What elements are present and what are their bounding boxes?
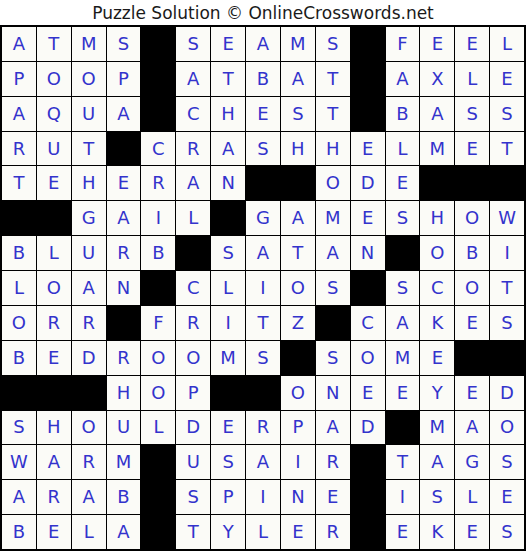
block-cell-r2c11 — [351, 62, 385, 96]
letter-cell-r15c3: L — [72, 515, 106, 549]
letter-cell-r12c8: R — [246, 411, 280, 445]
letter-cell-r1c12: F — [386, 27, 420, 61]
letter-cell-r3c9: S — [281, 97, 315, 131]
block-cell-r14c5 — [141, 480, 175, 514]
letter-cell-r11c5: O — [141, 376, 175, 410]
letter-cell-r3c12: B — [386, 97, 420, 131]
letter-cell-r1c2: T — [37, 27, 71, 61]
letter-cell-r9c6: R — [176, 306, 210, 340]
letter-cell-r15c9: E — [281, 515, 315, 549]
letter-cell-r3c14: S — [455, 97, 489, 131]
block-cell-r15c11 — [351, 515, 385, 549]
letter-cell-r14c2: R — [37, 480, 71, 514]
letter-cell-r2c1: P — [2, 62, 36, 96]
letter-cell-r1c1: A — [2, 27, 36, 61]
block-cell-r12c12 — [386, 411, 420, 445]
letter-cell-r3c7: H — [211, 97, 245, 131]
letter-cell-r7c11: N — [351, 236, 385, 270]
letter-cell-r12c9: P — [281, 411, 315, 445]
letter-cell-r8c1: L — [2, 271, 36, 305]
letter-cell-r1c9: M — [281, 27, 315, 61]
letter-cell-r9c11: C — [351, 306, 385, 340]
letter-cell-r7c10: A — [316, 236, 350, 270]
letter-cell-r7c4: R — [107, 236, 141, 270]
letter-cell-r10c6: O — [176, 341, 210, 375]
letter-cell-r2c6: A — [176, 62, 210, 96]
letter-cell-r3c3: U — [72, 97, 106, 131]
letter-cell-r12c11: D — [351, 411, 385, 445]
letter-cell-r10c4: R — [107, 341, 141, 375]
letter-cell-r6c4: A — [107, 201, 141, 235]
letter-cell-r2c4: P — [107, 62, 141, 96]
block-cell-r11c3 — [72, 376, 106, 410]
letter-cell-r9c13: K — [420, 306, 454, 340]
letter-cell-r14c15: E — [490, 480, 524, 514]
letter-cell-r6c15: W — [490, 201, 524, 235]
letter-cell-r4c10: H — [316, 132, 350, 166]
letter-cell-r10c2: E — [37, 341, 71, 375]
letter-cell-r4c2: U — [37, 132, 71, 166]
letter-cell-r8c3: A — [72, 271, 106, 305]
letter-cell-r10c1: B — [2, 341, 36, 375]
letter-cell-r15c15: S — [490, 515, 524, 549]
block-cell-r6c2 — [37, 201, 71, 235]
block-cell-r11c1 — [2, 376, 36, 410]
block-cell-r5c15 — [490, 166, 524, 200]
letter-cell-r14c10: E — [316, 480, 350, 514]
letter-cell-r4c14: E — [455, 132, 489, 166]
letter-cell-r14c9: N — [281, 480, 315, 514]
letter-cell-r6c14: O — [455, 201, 489, 235]
letter-cell-r9c8: T — [246, 306, 280, 340]
letter-cell-r10c7: M — [211, 341, 245, 375]
letter-cell-r9c2: R — [37, 306, 71, 340]
letter-cell-r2c14: L — [455, 62, 489, 96]
letter-cell-r6c9: A — [281, 201, 315, 235]
block-cell-r9c4 — [107, 306, 141, 340]
letter-cell-r7c13: O — [420, 236, 454, 270]
block-cell-r3c5 — [141, 97, 175, 131]
letter-cell-r8c8: I — [246, 271, 280, 305]
letter-cell-r13c3: R — [72, 445, 106, 479]
block-cell-r13c5 — [141, 445, 175, 479]
letter-cell-r5c1: T — [2, 166, 36, 200]
letter-cell-r7c1: B — [2, 236, 36, 270]
letter-cell-r3c10: T — [316, 97, 350, 131]
letter-cell-r7c7: S — [211, 236, 245, 270]
block-cell-r5c14 — [455, 166, 489, 200]
letter-cell-r3c1: A — [2, 97, 36, 131]
letter-cell-r8c7: L — [211, 271, 245, 305]
letter-cell-r15c8: L — [246, 515, 280, 549]
letter-cell-r11c11: E — [351, 376, 385, 410]
letter-cell-r13c9: I — [281, 445, 315, 479]
letter-cell-r13c15: S — [490, 445, 524, 479]
letter-cell-r5c10: O — [316, 166, 350, 200]
letter-cell-r11c15: D — [490, 376, 524, 410]
block-cell-r3c11 — [351, 97, 385, 131]
letter-cell-r8c10: S — [316, 271, 350, 305]
letter-cell-r4c7: A — [211, 132, 245, 166]
letter-cell-r14c13: S — [420, 480, 454, 514]
letter-cell-r6c11: E — [351, 201, 385, 235]
letter-cell-r10c8: S — [246, 341, 280, 375]
letter-cell-r1c14: E — [455, 27, 489, 61]
letter-cell-r7c14: B — [455, 236, 489, 270]
letter-cell-r15c14: E — [455, 515, 489, 549]
letter-cell-r1c13: E — [420, 27, 454, 61]
letter-cell-r2c10: T — [316, 62, 350, 96]
letter-cell-r14c4: B — [107, 480, 141, 514]
letter-cell-r2c13: X — [420, 62, 454, 96]
letter-cell-r2c7: T — [211, 62, 245, 96]
block-cell-r11c8 — [246, 376, 280, 410]
letter-cell-r13c1: W — [2, 445, 36, 479]
letter-cell-r5c11: D — [351, 166, 385, 200]
block-cell-r13c11 — [351, 445, 385, 479]
letter-cell-r2c15: E — [490, 62, 524, 96]
letter-cell-r9c9: Z — [281, 306, 315, 340]
letter-cell-r1c6: S — [176, 27, 210, 61]
letter-cell-r13c6: U — [176, 445, 210, 479]
letter-cell-r7c8: A — [246, 236, 280, 270]
letter-cell-r4c9: H — [281, 132, 315, 166]
letter-cell-r3c2: Q — [37, 97, 71, 131]
letter-cell-r14c7: P — [211, 480, 245, 514]
letter-cell-r8c9: O — [281, 271, 315, 305]
letter-cell-r6c13: H — [420, 201, 454, 235]
letter-cell-r3c8: E — [246, 97, 280, 131]
letter-cell-r3c6: C — [176, 97, 210, 131]
crossword-solution-page: Puzzle Solution © OnlineCrosswords.net A… — [0, 0, 526, 551]
letter-cell-r9c5: F — [141, 306, 175, 340]
block-cell-r11c7 — [211, 376, 245, 410]
letter-cell-r4c1: R — [2, 132, 36, 166]
letter-cell-r12c15: O — [490, 411, 524, 445]
letter-cell-r8c4: N — [107, 271, 141, 305]
letter-cell-r12c7: E — [211, 411, 245, 445]
letter-cell-r15c1: B — [2, 515, 36, 549]
letter-cell-r15c4: A — [107, 515, 141, 549]
letter-cell-r15c2: E — [37, 515, 71, 549]
block-cell-r10c14 — [455, 341, 489, 375]
letter-cell-r12c1: S — [2, 411, 36, 445]
letter-cell-r11c14: E — [455, 376, 489, 410]
letter-cell-r13c8: A — [246, 445, 280, 479]
block-cell-r8c5 — [141, 271, 175, 305]
letter-cell-r15c6: T — [176, 515, 210, 549]
letter-cell-r2c2: O — [37, 62, 71, 96]
letter-cell-r13c2: A — [37, 445, 71, 479]
letter-cell-r7c3: U — [72, 236, 106, 270]
letter-cell-r12c2: H — [37, 411, 71, 445]
letter-cell-r12c14: A — [455, 411, 489, 445]
letter-cell-r2c12: A — [386, 62, 420, 96]
letter-cell-r10c12: M — [386, 341, 420, 375]
block-cell-r10c15 — [490, 341, 524, 375]
letter-cell-r1c3: M — [72, 27, 106, 61]
block-cell-r1c11 — [351, 27, 385, 61]
letter-cell-r4c3: T — [72, 132, 106, 166]
letter-cell-r12c6: D — [176, 411, 210, 445]
letter-cell-r9c14: E — [455, 306, 489, 340]
letter-cell-r13c7: S — [211, 445, 245, 479]
letter-cell-r1c10: S — [316, 27, 350, 61]
letter-cell-r1c4: S — [107, 27, 141, 61]
letter-cell-r12c4: U — [107, 411, 141, 445]
block-cell-r7c12 — [386, 236, 420, 270]
letter-cell-r10c13: E — [420, 341, 454, 375]
letter-cell-r10c10: S — [316, 341, 350, 375]
letter-cell-r4c6: R — [176, 132, 210, 166]
letter-cell-r12c3: O — [72, 411, 106, 445]
letter-cell-r5c7: N — [211, 166, 245, 200]
letter-cell-r6c8: G — [246, 201, 280, 235]
block-cell-r10c9 — [281, 341, 315, 375]
letter-cell-r15c10: R — [316, 515, 350, 549]
letter-cell-r2c9: A — [281, 62, 315, 96]
letter-cell-r8c6: C — [176, 271, 210, 305]
letter-cell-r11c4: H — [107, 376, 141, 410]
letter-cell-r9c15: S — [490, 306, 524, 340]
letter-cell-r8c12: S — [386, 271, 420, 305]
letter-cell-r4c8: S — [246, 132, 280, 166]
letter-cell-r10c5: O — [141, 341, 175, 375]
letter-cell-r5c12: E — [386, 166, 420, 200]
letter-cell-r11c13: Y — [420, 376, 454, 410]
letter-cell-r1c15: L — [490, 27, 524, 61]
letter-cell-r8c2: O — [37, 271, 71, 305]
letter-cell-r5c5: R — [141, 166, 175, 200]
letter-cell-r2c8: B — [246, 62, 280, 96]
letter-cell-r14c8: I — [246, 480, 280, 514]
letter-cell-r4c15: T — [490, 132, 524, 166]
letter-cell-r12c13: M — [420, 411, 454, 445]
letter-cell-r4c13: M — [420, 132, 454, 166]
letter-cell-r5c6: A — [176, 166, 210, 200]
letter-cell-r11c10: N — [316, 376, 350, 410]
block-cell-r7c6 — [176, 236, 210, 270]
letter-cell-r9c3: R — [72, 306, 106, 340]
letter-cell-r3c13: A — [420, 97, 454, 131]
letter-cell-r14c14: L — [455, 480, 489, 514]
letter-cell-r11c9: O — [281, 376, 315, 410]
letter-cell-r4c5: C — [141, 132, 175, 166]
letter-cell-r11c12: E — [386, 376, 420, 410]
crossword-grid: ATMSSEAMSFEELPOOPATBATAXLEAQUACHESTBASSR… — [0, 25, 526, 551]
block-cell-r15c5 — [141, 515, 175, 549]
letter-cell-r14c1: A — [2, 480, 36, 514]
block-cell-r4c4 — [107, 132, 141, 166]
block-cell-r6c7 — [211, 201, 245, 235]
letter-cell-r13c13: A — [420, 445, 454, 479]
letter-cell-r15c12: E — [386, 515, 420, 549]
letter-cell-r1c8: A — [246, 27, 280, 61]
letter-cell-r6c10: M — [316, 201, 350, 235]
letter-cell-r14c3: A — [72, 480, 106, 514]
letter-cell-r5c2: E — [37, 166, 71, 200]
letter-cell-r11c6: P — [176, 376, 210, 410]
letter-cell-r9c1: O — [2, 306, 36, 340]
letter-cell-r13c14: G — [455, 445, 489, 479]
letter-cell-r12c5: L — [141, 411, 175, 445]
block-cell-r9c10 — [316, 306, 350, 340]
letter-cell-r13c4: M — [107, 445, 141, 479]
letter-cell-r8c13: C — [420, 271, 454, 305]
letter-cell-r7c5: B — [141, 236, 175, 270]
letter-cell-r13c10: R — [316, 445, 350, 479]
block-cell-r5c9 — [281, 166, 315, 200]
letter-cell-r1c7: E — [211, 27, 245, 61]
letter-cell-r9c12: A — [386, 306, 420, 340]
letter-cell-r6c3: G — [72, 201, 106, 235]
block-cell-r5c8 — [246, 166, 280, 200]
letter-cell-r6c6: L — [176, 201, 210, 235]
letter-cell-r5c4: E — [107, 166, 141, 200]
letter-cell-r7c2: L — [37, 236, 71, 270]
letter-cell-r4c11: E — [351, 132, 385, 166]
page-title: Puzzle Solution © OnlineCrosswords.net — [0, 0, 526, 25]
block-cell-r8c11 — [351, 271, 385, 305]
letter-cell-r6c12: S — [386, 201, 420, 235]
letter-cell-r7c15: I — [490, 236, 524, 270]
block-cell-r14c11 — [351, 480, 385, 514]
block-cell-r1c5 — [141, 27, 175, 61]
letter-cell-r15c7: Y — [211, 515, 245, 549]
letter-cell-r12c10: A — [316, 411, 350, 445]
letter-cell-r6c5: I — [141, 201, 175, 235]
letter-cell-r10c11: O — [351, 341, 385, 375]
letter-cell-r3c4: A — [107, 97, 141, 131]
letter-cell-r7c9: T — [281, 236, 315, 270]
letter-cell-r10c3: D — [72, 341, 106, 375]
block-cell-r11c2 — [37, 376, 71, 410]
letter-cell-r8c14: O — [455, 271, 489, 305]
block-cell-r5c13 — [420, 166, 454, 200]
letter-cell-r2c3: O — [72, 62, 106, 96]
letter-cell-r3c15: S — [490, 97, 524, 131]
letter-cell-r8c15: T — [490, 271, 524, 305]
letter-cell-r14c12: I — [386, 480, 420, 514]
block-cell-r6c1 — [2, 201, 36, 235]
letter-cell-r15c13: K — [420, 515, 454, 549]
letter-cell-r9c7: I — [211, 306, 245, 340]
letter-cell-r14c6: S — [176, 480, 210, 514]
block-cell-r2c5 — [141, 62, 175, 96]
letter-cell-r4c12: L — [386, 132, 420, 166]
letter-cell-r13c12: T — [386, 445, 420, 479]
letter-cell-r5c3: H — [72, 166, 106, 200]
